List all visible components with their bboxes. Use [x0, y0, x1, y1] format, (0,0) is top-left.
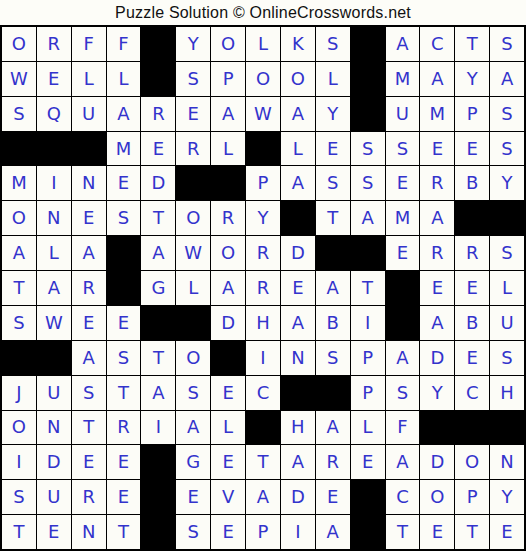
letter-cell: S — [351, 132, 385, 166]
letter-cell: T — [455, 27, 489, 61]
letter-cell: L — [72, 62, 106, 96]
letter-cell: S — [176, 62, 210, 96]
black-cell — [141, 445, 175, 479]
letter-cell: E — [455, 271, 489, 305]
letter-cell: W — [176, 236, 210, 270]
letter-cell: E — [72, 445, 106, 479]
letter-cell: A — [72, 236, 106, 270]
letter-cell: E — [37, 515, 71, 549]
letter-cell: D — [37, 445, 71, 479]
letter-cell: A — [281, 445, 315, 479]
black-cell — [351, 236, 385, 270]
letter-cell: Q — [37, 97, 71, 131]
letter-cell: E — [107, 480, 141, 514]
letter-cell: S — [351, 166, 385, 200]
letter-cell: T — [316, 201, 350, 235]
letter-cell: N — [72, 515, 106, 549]
letter-cell: N — [72, 166, 106, 200]
letter-cell: W — [246, 97, 280, 131]
letter-cell: A — [2, 236, 36, 270]
letter-cell: T — [351, 271, 385, 305]
letter-cell: R — [141, 97, 175, 131]
letter-cell: A — [72, 341, 106, 375]
black-cell — [455, 411, 489, 445]
letter-cell: I — [246, 341, 280, 375]
letter-cell: G — [141, 271, 175, 305]
black-cell — [211, 166, 245, 200]
letter-cell: F — [72, 27, 106, 61]
letter-cell: U — [386, 97, 420, 131]
letter-cell: E — [420, 271, 454, 305]
black-cell — [141, 306, 175, 340]
letter-cell: Y — [490, 166, 524, 200]
black-cell — [72, 132, 106, 166]
letter-cell: R — [211, 201, 245, 235]
letter-cell: A — [281, 97, 315, 131]
letter-cell: A — [420, 62, 454, 96]
black-cell — [37, 132, 71, 166]
letter-cell: R — [455, 236, 489, 270]
letter-cell: U — [37, 376, 71, 410]
letter-cell: B — [455, 166, 489, 200]
letter-cell: U — [37, 480, 71, 514]
letter-cell: E — [141, 132, 175, 166]
letter-cell: S — [316, 166, 350, 200]
black-cell — [281, 376, 315, 410]
letter-cell: A — [211, 97, 245, 131]
letter-cell: E — [176, 97, 210, 131]
letter-cell: D — [211, 306, 245, 340]
black-cell — [141, 515, 175, 549]
letter-cell: M — [386, 62, 420, 96]
letter-cell: O — [211, 27, 245, 61]
letter-cell: N — [281, 341, 315, 375]
letter-cell: L — [211, 411, 245, 445]
letter-cell: T — [2, 271, 36, 305]
letter-cell: A — [316, 411, 350, 445]
letter-cell: P — [246, 166, 280, 200]
letter-cell: E — [420, 515, 454, 549]
letter-cell: F — [386, 411, 420, 445]
black-cell — [246, 132, 280, 166]
letter-cell: A — [281, 166, 315, 200]
letter-cell: W — [2, 62, 36, 96]
letter-cell: E — [107, 445, 141, 479]
black-cell — [316, 376, 350, 410]
black-cell — [351, 480, 385, 514]
letter-cell: E — [351, 445, 385, 479]
letter-cell: E — [107, 306, 141, 340]
letter-cell: S — [2, 306, 36, 340]
black-cell — [386, 306, 420, 340]
black-cell — [141, 480, 175, 514]
letter-cell: Y — [420, 376, 454, 410]
letter-cell: K — [281, 27, 315, 61]
letter-cell: S — [490, 132, 524, 166]
letter-cell: E — [72, 306, 106, 340]
letter-cell: N — [490, 445, 524, 479]
letter-cell: E — [316, 132, 350, 166]
black-cell — [281, 201, 315, 235]
black-cell — [2, 341, 36, 375]
letter-cell: Y — [455, 62, 489, 96]
letter-cell: B — [316, 306, 350, 340]
letter-cell: S — [490, 341, 524, 375]
letter-cell: O — [176, 201, 210, 235]
letter-cell: R — [316, 445, 350, 479]
letter-cell: L — [176, 271, 210, 305]
letter-cell: U — [490, 306, 524, 340]
letter-cell: A — [420, 201, 454, 235]
letter-cell: E — [281, 271, 315, 305]
letter-cell: D — [281, 236, 315, 270]
letter-cell: L — [351, 411, 385, 445]
black-cell — [37, 341, 71, 375]
letter-cell: S — [316, 341, 350, 375]
letter-cell: O — [2, 27, 36, 61]
letter-cell: I — [281, 515, 315, 549]
letter-cell: D — [281, 480, 315, 514]
letter-cell: P — [351, 376, 385, 410]
letter-cell: P — [211, 62, 245, 96]
letter-cell: A — [141, 376, 175, 410]
letter-cell: V — [211, 480, 245, 514]
letter-cell: D — [420, 341, 454, 375]
letter-cell: A — [490, 62, 524, 96]
letter-cell: Y — [176, 27, 210, 61]
black-cell — [490, 201, 524, 235]
letter-cell: N — [37, 411, 71, 445]
letter-cell: E — [211, 376, 245, 410]
letter-cell: I — [351, 306, 385, 340]
letter-cell: P — [351, 341, 385, 375]
letter-cell: L — [107, 62, 141, 96]
black-cell — [141, 62, 175, 96]
letter-cell: P — [246, 515, 280, 549]
letter-cell: T — [107, 376, 141, 410]
black-cell — [351, 27, 385, 61]
letter-cell: T — [455, 515, 489, 549]
letter-cell: R — [246, 271, 280, 305]
letter-cell: O — [2, 201, 36, 235]
letter-cell: M — [420, 97, 454, 131]
letter-cell: A — [211, 271, 245, 305]
letter-cell: E — [316, 480, 350, 514]
black-cell — [420, 411, 454, 445]
letter-cell: T — [2, 515, 36, 549]
letter-cell: A — [176, 411, 210, 445]
letter-cell: A — [386, 341, 420, 375]
letter-cell: L — [37, 236, 71, 270]
letter-cell: I — [141, 411, 175, 445]
letter-cell: O — [281, 62, 315, 96]
letter-cell: W — [37, 306, 71, 340]
letter-cell: T — [386, 515, 420, 549]
letter-cell: S — [107, 341, 141, 375]
letter-cell: O — [176, 341, 210, 375]
letter-cell: O — [211, 236, 245, 270]
letter-cell: E — [455, 341, 489, 375]
letter-cell: A — [281, 306, 315, 340]
letter-cell: S — [490, 97, 524, 131]
letter-cell: F — [107, 27, 141, 61]
letter-cell: M — [107, 132, 141, 166]
letter-cell: A — [107, 97, 141, 131]
black-cell — [351, 62, 385, 96]
letter-cell: Y — [490, 480, 524, 514]
letter-cell: T — [107, 515, 141, 549]
letter-cell: E — [490, 515, 524, 549]
letter-cell: E — [420, 132, 454, 166]
letter-cell: H — [281, 411, 315, 445]
black-cell — [490, 411, 524, 445]
letter-cell: R — [420, 166, 454, 200]
letter-cell: S — [2, 97, 36, 131]
letter-cell: C — [420, 27, 454, 61]
letter-cell: I — [37, 166, 71, 200]
letter-cell: S — [386, 132, 420, 166]
letter-cell: S — [490, 236, 524, 270]
black-cell — [455, 201, 489, 235]
letter-cell: S — [316, 27, 350, 61]
black-cell — [316, 236, 350, 270]
letter-cell: E — [386, 236, 420, 270]
letter-cell: A — [351, 201, 385, 235]
letter-cell: S — [107, 201, 141, 235]
letter-cell: A — [246, 480, 280, 514]
letter-cell: A — [141, 236, 175, 270]
black-cell — [107, 271, 141, 305]
page-title: Puzzle Solution © OnlineCrosswords.net — [115, 4, 411, 22]
letter-cell: R — [176, 132, 210, 166]
letter-cell: E — [72, 201, 106, 235]
letter-cell: A — [316, 515, 350, 549]
letter-cell: L — [490, 271, 524, 305]
black-cell — [176, 306, 210, 340]
letter-cell: U — [72, 97, 106, 131]
letter-cell: C — [386, 480, 420, 514]
letter-cell: T — [141, 201, 175, 235]
letter-cell: O — [246, 62, 280, 96]
letter-cell: R — [37, 27, 71, 61]
letter-cell: B — [455, 306, 489, 340]
black-cell — [386, 271, 420, 305]
letter-cell: P — [455, 480, 489, 514]
puzzle-solution-page: Puzzle Solution © OnlineCrosswords.net O… — [0, 0, 526, 551]
letter-cell: H — [246, 306, 280, 340]
letter-cell: S — [176, 515, 210, 549]
black-cell — [141, 27, 175, 61]
letter-cell: S — [176, 376, 210, 410]
black-cell — [246, 411, 280, 445]
letter-cell: L — [211, 132, 245, 166]
letter-cell: D — [141, 166, 175, 200]
letter-cell: L — [246, 27, 280, 61]
letter-cell: L — [281, 132, 315, 166]
letter-cell: L — [316, 62, 350, 96]
letter-cell: E — [386, 166, 420, 200]
letter-cell: A — [316, 271, 350, 305]
letter-cell: O — [2, 411, 36, 445]
letter-cell: E — [211, 515, 245, 549]
letter-cell: A — [37, 271, 71, 305]
letter-cell: O — [455, 445, 489, 479]
letter-cell: N — [37, 201, 71, 235]
letter-cell: E — [176, 480, 210, 514]
letter-cell: E — [455, 132, 489, 166]
letter-cell: E — [211, 445, 245, 479]
letter-cell: S — [386, 376, 420, 410]
letter-cell: Y — [246, 201, 280, 235]
black-cell — [211, 341, 245, 375]
letter-cell: A — [386, 27, 420, 61]
black-cell — [107, 236, 141, 270]
letter-cell: T — [246, 445, 280, 479]
title-bar: Puzzle Solution © OnlineCrosswords.net — [0, 0, 526, 25]
black-cell — [351, 97, 385, 131]
black-cell — [176, 166, 210, 200]
letter-cell: M — [386, 201, 420, 235]
letter-cell: J — [2, 376, 36, 410]
letter-cell: M — [2, 166, 36, 200]
letter-cell: T — [72, 411, 106, 445]
letter-cell: Y — [316, 97, 350, 131]
letter-cell: O — [420, 480, 454, 514]
letter-cell: R — [246, 236, 280, 270]
letter-cell: H — [490, 376, 524, 410]
letter-cell: R — [420, 236, 454, 270]
letter-cell: R — [72, 271, 106, 305]
letter-cell: A — [386, 445, 420, 479]
letter-cell: S — [490, 27, 524, 61]
black-cell — [351, 515, 385, 549]
letter-cell: I — [2, 445, 36, 479]
letter-cell: R — [107, 411, 141, 445]
letter-cell: E — [107, 166, 141, 200]
black-cell — [2, 132, 36, 166]
letter-cell: C — [246, 376, 280, 410]
letter-cell: A — [420, 306, 454, 340]
letter-cell: R — [72, 480, 106, 514]
letter-cell: T — [141, 341, 175, 375]
letter-cell: S — [72, 376, 106, 410]
letter-cell: E — [37, 62, 71, 96]
letter-cell: D — [420, 445, 454, 479]
letter-cell: G — [176, 445, 210, 479]
letter-cell: C — [455, 376, 489, 410]
letter-cell: P — [455, 97, 489, 131]
letter-cell: S — [2, 480, 36, 514]
crossword-grid: ORFFYOLKSACTSWELLSPOOLMAYASQUAREAWAYUMPS… — [0, 25, 526, 551]
